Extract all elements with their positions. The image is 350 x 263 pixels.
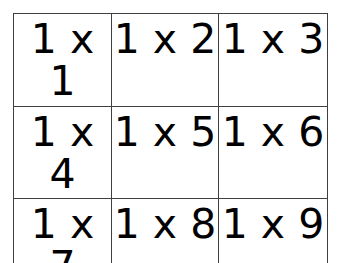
card-1x7: 1 x 7 xyxy=(14,199,112,263)
card-1x3: 1 x 3 xyxy=(219,14,327,107)
card-1x8: 1 x 8 xyxy=(112,199,219,263)
card-1x1: 1 x 1 xyxy=(14,14,112,107)
card-1x4: 1 x 4 xyxy=(14,107,112,199)
card-1x2: 1 x 2 xyxy=(112,14,219,107)
flashcard-grid: 1 x 1 1 x 2 1 x 3 1 x 4 1 x 5 1 x 6 1 x … xyxy=(13,13,328,263)
card-1x6: 1 x 6 xyxy=(219,107,327,199)
card-1x5: 1 x 5 xyxy=(112,107,219,199)
card-1x9: 1 x 9 xyxy=(219,199,327,263)
